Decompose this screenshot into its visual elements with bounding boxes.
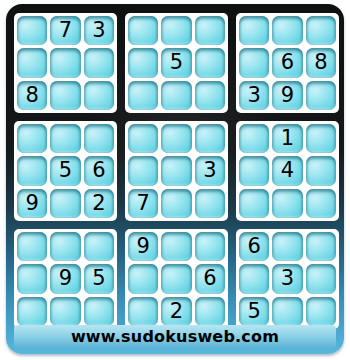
cell-r1-c8[interactable] [272,16,302,45]
cell-r2-c7[interactable] [239,48,269,77]
cell-r3-c8[interactable]: 9 [272,81,302,110]
cell-r6-c3[interactable]: 2 [84,189,114,218]
cell-r8-c3[interactable]: 5 [84,264,114,293]
cell-r9-c4[interactable] [128,297,158,326]
cell-r3-c1[interactable]: 8 [17,81,47,110]
cell-r7-c9[interactable] [306,232,336,261]
cell-r7-c1[interactable] [17,232,47,261]
cell-r4-c7[interactable] [239,124,269,153]
box-r1-c1: 738 [14,13,117,113]
cell-r3-c5[interactable] [161,81,191,110]
cell-r7-c8[interactable] [272,232,302,261]
cell-r5-c1[interactable] [17,156,47,185]
cell-r8-c9[interactable] [306,264,336,293]
cell-r1-c3[interactable]: 3 [84,16,114,45]
cell-r9-c2[interactable] [50,297,80,326]
cell-r2-c4[interactable] [128,48,158,77]
box-r1-c3: 6839 [236,13,339,113]
cell-r2-c5[interactable]: 5 [161,48,191,77]
cell-r7-c4[interactable]: 9 [128,232,158,261]
cell-r6-c9[interactable] [306,189,336,218]
cell-r6-c8[interactable] [272,189,302,218]
cell-r1-c9[interactable] [306,16,336,45]
cell-r2-c9[interactable]: 8 [306,48,336,77]
cell-r3-c4[interactable] [128,81,158,110]
cell-r5-c5[interactable] [161,156,191,185]
box-r3-c1: 95 [14,229,117,329]
sudoku-board: 738 5 6839 5692 37 14 95 962 635 [14,13,339,329]
cell-r5-c8[interactable]: 4 [272,156,302,185]
cell-r6-c5[interactable] [161,189,191,218]
cell-r7-c5[interactable] [161,232,191,261]
cell-r5-c2[interactable]: 5 [50,156,80,185]
cell-r4-c8[interactable]: 1 [272,124,302,153]
cell-r9-c8[interactable] [272,297,302,326]
cell-r4-c3[interactable] [84,124,114,153]
cell-r9-c6[interactable] [195,297,225,326]
cell-r7-c6[interactable] [195,232,225,261]
cell-r9-c9[interactable] [306,297,336,326]
box-r2-c2: 37 [125,121,228,221]
cell-r5-c6[interactable]: 3 [195,156,225,185]
cell-r1-c7[interactable] [239,16,269,45]
cell-r1-c6[interactable] [195,16,225,45]
cell-r8-c5[interactable] [161,264,191,293]
cell-r1-c5[interactable] [161,16,191,45]
site-url: www.sudokusweb.com [71,327,279,346]
cell-r3-c7[interactable]: 3 [239,81,269,110]
cell-r4-c9[interactable] [306,124,336,153]
cell-r4-c2[interactable] [50,124,80,153]
cell-r6-c6[interactable] [195,189,225,218]
cell-r8-c8[interactable]: 3 [272,264,302,293]
footer-band: www.sudokusweb.com [14,325,336,348]
box-r2-c3: 14 [236,121,339,221]
cell-r4-c4[interactable] [128,124,158,153]
cell-r9-c1[interactable] [17,297,47,326]
cell-r3-c9[interactable] [306,81,336,110]
cell-r6-c4[interactable]: 7 [128,189,158,218]
cell-r6-c7[interactable] [239,189,269,218]
cell-r2-c1[interactable] [17,48,47,77]
cell-r1-c4[interactable] [128,16,158,45]
cell-r1-c1[interactable] [17,16,47,45]
cell-r8-c1[interactable] [17,264,47,293]
cell-r8-c2[interactable]: 9 [50,264,80,293]
cell-r7-c7[interactable]: 6 [239,232,269,261]
board-frame: 738 5 6839 5692 37 14 95 962 635 www.sud… [6,4,344,354]
cell-r5-c7[interactable] [239,156,269,185]
box-r2-c1: 5692 [14,121,117,221]
cell-r3-c2[interactable] [50,81,80,110]
cell-r4-c6[interactable] [195,124,225,153]
box-r1-c2: 5 [125,13,228,113]
cell-r9-c7[interactable]: 5 [239,297,269,326]
cell-r2-c8[interactable]: 6 [272,48,302,77]
box-r3-c3: 635 [236,229,339,329]
cell-r6-c2[interactable] [50,189,80,218]
cell-r7-c3[interactable] [84,232,114,261]
cell-r4-c1[interactable] [17,124,47,153]
cell-r5-c4[interactable] [128,156,158,185]
box-r3-c2: 962 [125,229,228,329]
cell-r2-c6[interactable] [195,48,225,77]
cell-r2-c2[interactable] [50,48,80,77]
cell-r9-c5[interactable]: 2 [161,297,191,326]
cell-r8-c7[interactable] [239,264,269,293]
cell-r1-c2[interactable]: 7 [50,16,80,45]
cell-r8-c6[interactable]: 6 [195,264,225,293]
cell-r3-c6[interactable] [195,81,225,110]
sudoku-app: 738 5 6839 5692 37 14 95 962 635 www.sud… [0,0,350,360]
cell-r9-c3[interactable] [84,297,114,326]
cell-r6-c1[interactable]: 9 [17,189,47,218]
cell-r7-c2[interactable] [50,232,80,261]
cell-r5-c3[interactable]: 6 [84,156,114,185]
cell-r2-c3[interactable] [84,48,114,77]
cell-r8-c4[interactable] [128,264,158,293]
cell-r3-c3[interactable] [84,81,114,110]
cell-r5-c9[interactable] [306,156,336,185]
cell-r4-c5[interactable] [161,124,191,153]
